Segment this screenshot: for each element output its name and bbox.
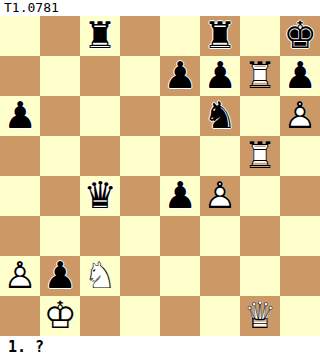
piece-black-pawn[interactable]: ♟ xyxy=(160,176,200,216)
square-c6[interactable] xyxy=(80,96,120,136)
square-a2[interactable]: ♟♙ xyxy=(0,256,40,296)
square-d6[interactable] xyxy=(120,96,160,136)
pawn-glyph-fill: ♟ xyxy=(160,56,200,96)
piece-white-pawn[interactable]: ♟♙ xyxy=(200,176,240,216)
square-d5[interactable] xyxy=(120,136,160,176)
piece-white-rook[interactable]: ♜♖ xyxy=(240,136,280,176)
square-b8[interactable] xyxy=(40,16,80,56)
square-b1[interactable]: ♚♔ xyxy=(40,296,80,336)
piece-black-pawn[interactable]: ♟ xyxy=(200,56,240,96)
piece-white-rook[interactable]: ♜♖ xyxy=(240,56,280,96)
pawn-glyph-outline: ♙ xyxy=(280,96,320,136)
square-g8[interactable] xyxy=(240,16,280,56)
square-e8[interactable] xyxy=(160,16,200,56)
square-a8[interactable] xyxy=(0,16,40,56)
square-d2[interactable] xyxy=(120,256,160,296)
piece-white-queen[interactable]: ♛♕ xyxy=(240,296,280,336)
square-g5[interactable]: ♜♖ xyxy=(240,136,280,176)
square-b4[interactable] xyxy=(40,176,80,216)
square-h6[interactable]: ♟♙ xyxy=(280,96,320,136)
pawn-glyph-fill: ♟ xyxy=(160,176,200,216)
square-c7[interactable] xyxy=(80,56,120,96)
pawn-glyph-fill: ♟ xyxy=(280,56,320,96)
piece-black-knight[interactable]: ♞ xyxy=(200,96,240,136)
pawn-glyph-outline: ♙ xyxy=(200,176,240,216)
piece-black-pawn[interactable]: ♟ xyxy=(0,96,40,136)
piece-black-rook[interactable]: ♜ xyxy=(80,16,120,56)
square-b6[interactable] xyxy=(40,96,80,136)
square-g3[interactable] xyxy=(240,216,280,256)
piece-black-pawn[interactable]: ♟ xyxy=(40,256,80,296)
queen-glyph-fill: ♛ xyxy=(80,176,120,216)
piece-black-pawn[interactable]: ♟ xyxy=(280,56,320,96)
square-f8[interactable]: ♜ xyxy=(200,16,240,56)
piece-black-rook[interactable]: ♜ xyxy=(200,16,240,56)
square-e6[interactable] xyxy=(160,96,200,136)
square-b7[interactable] xyxy=(40,56,80,96)
knight-glyph-outline: ♘ xyxy=(80,256,120,296)
pawn-glyph-fill: ♟ xyxy=(40,256,80,296)
square-g2[interactable] xyxy=(240,256,280,296)
square-h4[interactable] xyxy=(280,176,320,216)
square-e7[interactable]: ♟ xyxy=(160,56,200,96)
square-f6[interactable]: ♞ xyxy=(200,96,240,136)
piece-white-pawn[interactable]: ♟♙ xyxy=(280,96,320,136)
square-e1[interactable] xyxy=(160,296,200,336)
rook-glyph-outline: ♖ xyxy=(240,56,280,96)
square-d8[interactable] xyxy=(120,16,160,56)
square-h7[interactable]: ♟ xyxy=(280,56,320,96)
piece-white-knight[interactable]: ♞♘ xyxy=(80,256,120,296)
square-f7[interactable]: ♟ xyxy=(200,56,240,96)
king-glyph-outline: ♔ xyxy=(40,296,80,336)
square-a6[interactable]: ♟ xyxy=(0,96,40,136)
piece-black-queen[interactable]: ♛ xyxy=(80,176,120,216)
square-h8[interactable]: ♚ xyxy=(280,16,320,56)
square-d3[interactable] xyxy=(120,216,160,256)
square-f2[interactable] xyxy=(200,256,240,296)
rook-glyph-fill: ♜ xyxy=(200,16,240,56)
pawn-glyph-outline: ♙ xyxy=(0,256,40,296)
square-d1[interactable] xyxy=(120,296,160,336)
piece-black-king[interactable]: ♚ xyxy=(280,16,320,56)
piece-white-king[interactable]: ♚♔ xyxy=(40,296,80,336)
queen-glyph-outline: ♕ xyxy=(240,296,280,336)
square-h5[interactable] xyxy=(280,136,320,176)
square-g6[interactable] xyxy=(240,96,280,136)
square-d4[interactable] xyxy=(120,176,160,216)
square-b2[interactable]: ♟ xyxy=(40,256,80,296)
pawn-glyph-fill: ♟ xyxy=(200,56,240,96)
pawn-glyph-fill: ♟ xyxy=(0,96,40,136)
piece-black-pawn[interactable]: ♟ xyxy=(160,56,200,96)
square-c8[interactable]: ♜ xyxy=(80,16,120,56)
square-c4[interactable]: ♛ xyxy=(80,176,120,216)
square-d7[interactable] xyxy=(120,56,160,96)
king-glyph-fill: ♚ xyxy=(280,16,320,56)
square-f4[interactable]: ♟♙ xyxy=(200,176,240,216)
square-e2[interactable] xyxy=(160,256,200,296)
square-h3[interactable] xyxy=(280,216,320,256)
square-g7[interactable]: ♜♖ xyxy=(240,56,280,96)
square-g1[interactable]: ♛♕ xyxy=(240,296,280,336)
square-a7[interactable] xyxy=(0,56,40,96)
move-prompt: 1. ? xyxy=(0,336,320,359)
knight-glyph-fill: ♞ xyxy=(200,96,240,136)
square-e3[interactable] xyxy=(160,216,200,256)
square-a5[interactable] xyxy=(0,136,40,176)
square-h1[interactable] xyxy=(280,296,320,336)
square-g4[interactable] xyxy=(240,176,280,216)
square-c2[interactable]: ♞♘ xyxy=(80,256,120,296)
piece-white-pawn[interactable]: ♟♙ xyxy=(0,256,40,296)
chess-board: ♜♜♚♟♟♜♖♟♟♞♟♙♜♖♛♟♟♙♟♙♟♞♘♚♔♛♕ xyxy=(0,16,320,336)
square-f1[interactable] xyxy=(200,296,240,336)
square-a1[interactable] xyxy=(0,296,40,336)
square-h2[interactable] xyxy=(280,256,320,296)
puzzle-id: T1.0781 xyxy=(0,0,320,16)
square-e5[interactable] xyxy=(160,136,200,176)
square-a3[interactable] xyxy=(0,216,40,256)
rook-glyph-outline: ♖ xyxy=(240,136,280,176)
square-f5[interactable] xyxy=(200,136,240,176)
square-f3[interactable] xyxy=(200,216,240,256)
square-c1[interactable] xyxy=(80,296,120,336)
square-c5[interactable] xyxy=(80,136,120,176)
square-e4[interactable]: ♟ xyxy=(160,176,200,216)
square-c3[interactable] xyxy=(80,216,120,256)
square-a4[interactable] xyxy=(0,176,40,216)
rook-glyph-fill: ♜ xyxy=(80,16,120,56)
square-b3[interactable] xyxy=(40,216,80,256)
square-b5[interactable] xyxy=(40,136,80,176)
